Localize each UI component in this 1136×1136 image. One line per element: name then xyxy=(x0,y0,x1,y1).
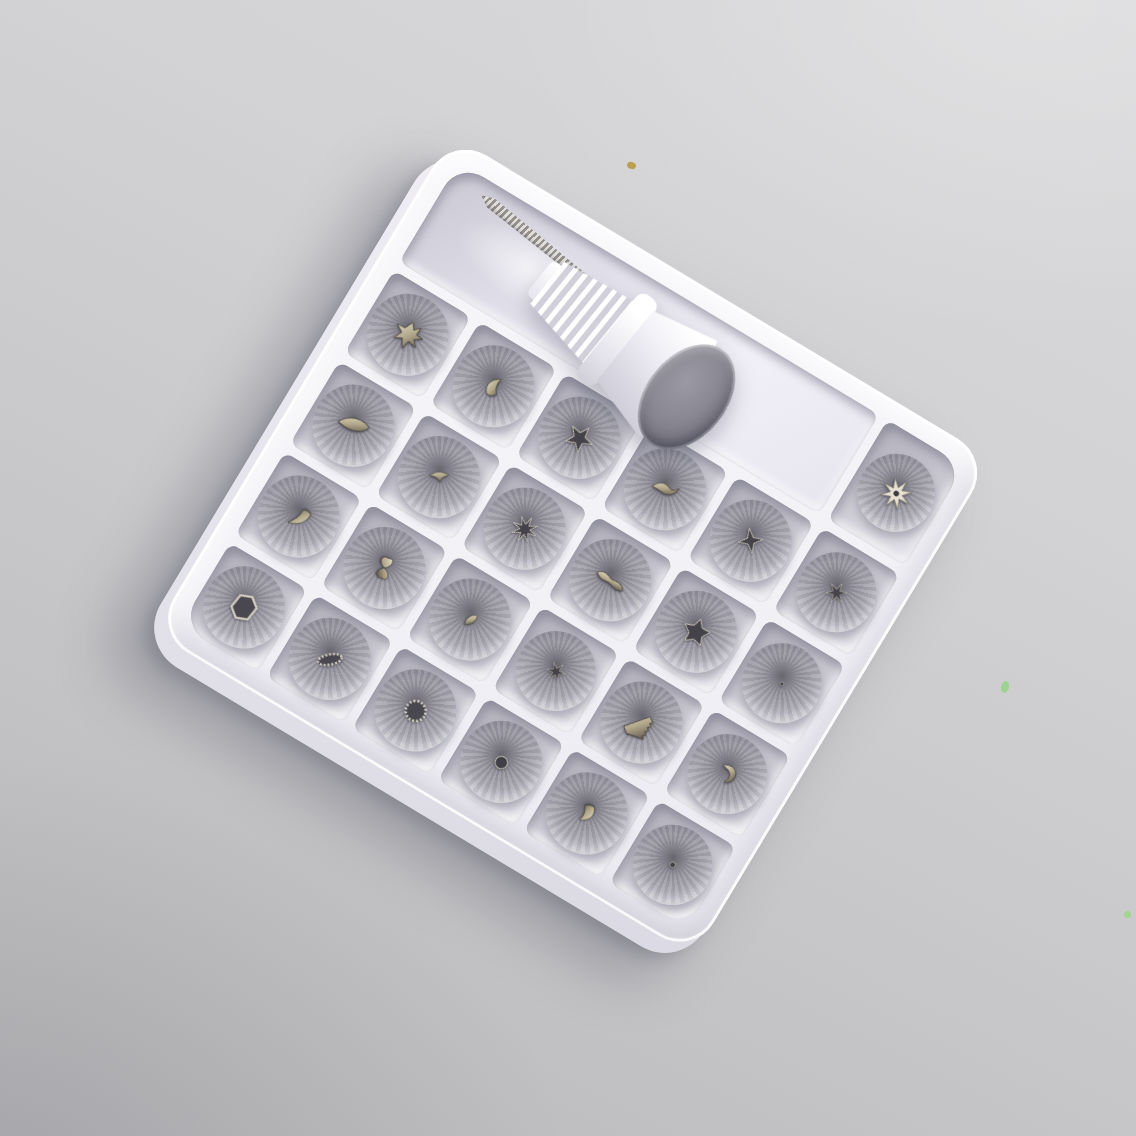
petal-tip-opening xyxy=(329,401,378,450)
star5-bold-tip-opening xyxy=(676,612,715,651)
hook-tip-opening xyxy=(709,756,745,792)
star8-sharp-tip-opening xyxy=(505,509,545,549)
cross4-tip-opening xyxy=(731,521,770,560)
nozzle-storage-box xyxy=(153,135,992,957)
comma-curl-tip-opening xyxy=(572,798,603,829)
bat-wide-tip-opening xyxy=(586,556,635,605)
star8-closed-tip-opening xyxy=(871,468,920,517)
star6-thin-tip-opening xyxy=(821,577,853,609)
comma-tip-opening xyxy=(477,370,510,403)
photo-background xyxy=(0,0,1136,1136)
star5-tip-opening xyxy=(557,416,601,460)
hole-m-tip-opening xyxy=(660,853,685,878)
zigzag-leaf-tip-opening xyxy=(308,637,351,680)
hole-l-tip-opening xyxy=(484,745,518,779)
star6-small-tip-opening xyxy=(541,656,571,686)
serrated-circle-tip-opening xyxy=(391,686,439,734)
wing-tip-opening xyxy=(644,468,686,510)
hole-s-tip-opening xyxy=(771,673,792,694)
hexagon-ring-tip-opening xyxy=(217,581,270,634)
leaf-crown-tip-opening xyxy=(385,312,430,357)
double-drop-tip-opening xyxy=(364,548,405,589)
debris-speck-3 xyxy=(1124,911,1131,918)
crescent-tip-opening xyxy=(279,496,319,536)
sawtooth-band-tip-opening xyxy=(615,696,669,750)
debris-speck-1 xyxy=(626,161,637,171)
leaf-v-tip-opening xyxy=(422,460,457,495)
piping-nozzle-r3c3 xyxy=(501,616,611,726)
drop-tip-opening xyxy=(453,602,488,637)
debris-speck-2 xyxy=(1000,680,1011,694)
